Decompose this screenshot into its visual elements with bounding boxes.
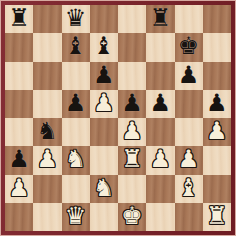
- piece-white-pawn[interactable]: ♟: [93, 91, 115, 115]
- square-e1[interactable]: ♚: [118, 203, 146, 231]
- piece-white-knight[interactable]: ♞: [65, 147, 87, 171]
- square-b2[interactable]: [33, 175, 61, 203]
- square-a2[interactable]: ♟: [5, 175, 33, 203]
- piece-white-queen[interactable]: ♛: [65, 204, 87, 228]
- square-d8[interactable]: [90, 5, 118, 33]
- square-b6[interactable]: [33, 62, 61, 90]
- square-g7[interactable]: ♚: [175, 33, 203, 61]
- square-f2[interactable]: [146, 175, 174, 203]
- piece-white-bishop[interactable]: ♝: [178, 176, 200, 200]
- piece-white-knight[interactable]: ♞: [93, 176, 115, 200]
- square-a6[interactable]: [5, 62, 33, 90]
- piece-black-rook[interactable]: ♜: [8, 6, 30, 30]
- square-g5[interactable]: [175, 90, 203, 118]
- square-h3[interactable]: [203, 146, 231, 174]
- piece-black-bishop[interactable]: ♝: [93, 34, 115, 58]
- piece-black-pawn[interactable]: ♟: [206, 91, 228, 115]
- square-c4[interactable]: [62, 118, 90, 146]
- piece-white-pawn[interactable]: ♟: [37, 147, 59, 171]
- square-b4[interactable]: ♞: [33, 118, 61, 146]
- square-c8[interactable]: ♛: [62, 5, 90, 33]
- piece-black-queen[interactable]: ♛: [65, 6, 87, 30]
- square-f1[interactable]: [146, 203, 174, 231]
- piece-white-rook[interactable]: ♜: [206, 204, 228, 228]
- square-h8[interactable]: [203, 5, 231, 33]
- square-c1[interactable]: ♛: [62, 203, 90, 231]
- square-h1[interactable]: ♜: [203, 203, 231, 231]
- square-h5[interactable]: ♟: [203, 90, 231, 118]
- square-b5[interactable]: [33, 90, 61, 118]
- chess-board: ♜♛♜♝♝♚♟♟♟♟♟♟♟♞♟♟♟♟♞♜♟♟♟♞♝♛♚♜: [5, 5, 231, 231]
- square-a8[interactable]: ♜: [5, 5, 33, 33]
- square-f4[interactable]: [146, 118, 174, 146]
- square-g1[interactable]: [175, 203, 203, 231]
- square-e7[interactable]: [118, 33, 146, 61]
- square-e6[interactable]: [118, 62, 146, 90]
- square-g6[interactable]: ♟: [175, 62, 203, 90]
- piece-black-pawn[interactable]: ♟: [150, 91, 172, 115]
- square-d3[interactable]: [90, 146, 118, 174]
- piece-black-king[interactable]: ♚: [178, 34, 200, 58]
- square-c5[interactable]: ♟: [62, 90, 90, 118]
- piece-white-pawn[interactable]: ♟: [178, 147, 200, 171]
- piece-black-pawn[interactable]: ♟: [8, 147, 30, 171]
- square-a3[interactable]: ♟: [5, 146, 33, 174]
- piece-black-pawn[interactable]: ♟: [65, 91, 87, 115]
- square-g4[interactable]: [175, 118, 203, 146]
- piece-black-pawn[interactable]: ♟: [93, 63, 115, 87]
- square-h4[interactable]: ♟: [203, 118, 231, 146]
- square-c6[interactable]: [62, 62, 90, 90]
- piece-black-pawn[interactable]: ♟: [121, 91, 143, 115]
- piece-white-pawn[interactable]: ♟: [206, 119, 228, 143]
- board-frame: ♜♛♜♝♝♚♟♟♟♟♟♟♟♞♟♟♟♟♞♜♟♟♟♞♝♛♚♜: [0, 0, 236, 236]
- square-b3[interactable]: ♟: [33, 146, 61, 174]
- square-f7[interactable]: [146, 33, 174, 61]
- square-b7[interactable]: [33, 33, 61, 61]
- square-c3[interactable]: ♞: [62, 146, 90, 174]
- square-f5[interactable]: ♟: [146, 90, 174, 118]
- piece-white-rook[interactable]: ♜: [121, 147, 143, 171]
- piece-white-pawn[interactable]: ♟: [150, 147, 172, 171]
- piece-white-pawn[interactable]: ♟: [121, 119, 143, 143]
- square-b1[interactable]: [33, 203, 61, 231]
- square-e8[interactable]: [118, 5, 146, 33]
- square-e3[interactable]: ♜: [118, 146, 146, 174]
- square-d5[interactable]: ♟: [90, 90, 118, 118]
- square-h6[interactable]: [203, 62, 231, 90]
- square-d4[interactable]: [90, 118, 118, 146]
- square-g2[interactable]: ♝: [175, 175, 203, 203]
- square-d2[interactable]: ♞: [90, 175, 118, 203]
- square-e4[interactable]: ♟: [118, 118, 146, 146]
- square-a7[interactable]: [5, 33, 33, 61]
- piece-white-king[interactable]: ♚: [121, 204, 143, 228]
- square-a1[interactable]: [5, 203, 33, 231]
- square-d6[interactable]: ♟: [90, 62, 118, 90]
- square-a4[interactable]: [5, 118, 33, 146]
- square-a5[interactable]: [5, 90, 33, 118]
- piece-white-pawn[interactable]: ♟: [8, 176, 30, 200]
- square-d7[interactable]: ♝: [90, 33, 118, 61]
- square-e5[interactable]: ♟: [118, 90, 146, 118]
- piece-black-knight[interactable]: ♞: [37, 119, 59, 143]
- square-g3[interactable]: ♟: [175, 146, 203, 174]
- square-h2[interactable]: [203, 175, 231, 203]
- square-b8[interactable]: [33, 5, 61, 33]
- square-f8[interactable]: ♜: [146, 5, 174, 33]
- piece-black-pawn[interactable]: ♟: [178, 63, 200, 87]
- square-f6[interactable]: [146, 62, 174, 90]
- square-e2[interactable]: [118, 175, 146, 203]
- square-c2[interactable]: [62, 175, 90, 203]
- square-d1[interactable]: [90, 203, 118, 231]
- square-g8[interactable]: [175, 5, 203, 33]
- piece-black-bishop[interactable]: ♝: [65, 34, 87, 58]
- square-h7[interactable]: [203, 33, 231, 61]
- square-f3[interactable]: ♟: [146, 146, 174, 174]
- piece-black-rook[interactable]: ♜: [150, 6, 172, 30]
- square-c7[interactable]: ♝: [62, 33, 90, 61]
